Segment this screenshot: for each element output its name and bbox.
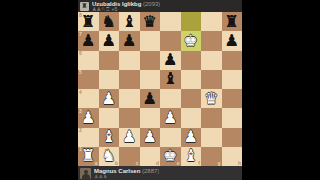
top-player-avatar: ♜ (80, 2, 89, 11)
square-c2[interactable]: ♟ (119, 128, 140, 147)
square-g8[interactable] (201, 12, 222, 31)
coord-file-h: h (238, 161, 241, 166)
square-b3[interactable] (99, 108, 120, 127)
video-frame: ♜ Uzubaldis Iglikbg (2093) ♙♙♘♖ +5 8♜♞♝♛… (0, 0, 320, 180)
square-d8[interactable]: ♛ (140, 12, 161, 31)
square-f2[interactable]: ♟ (181, 128, 202, 147)
square-d6[interactable] (140, 51, 161, 70)
square-c5[interactable] (119, 70, 140, 89)
piece-white-pawn-b4[interactable]: ♟ (102, 91, 116, 107)
square-g4[interactable]: ♛ (201, 89, 222, 108)
avatar-head-silhouette (84, 170, 88, 174)
captured-pieces-bottom: ♟♟♞ (94, 174, 107, 179)
piece-black-knight-b8[interactable]: ♞ (102, 14, 116, 30)
square-e6[interactable]: ♟ (160, 51, 181, 70)
piece-white-bishop-f1[interactable]: ♝ (184, 148, 198, 164)
piece-black-pawn-d4[interactable]: ♟ (143, 91, 157, 107)
bottom-player-material: ♟♟♞ (94, 174, 159, 179)
square-h8[interactable]: ♜ (222, 12, 243, 31)
square-b4[interactable]: ♟ (99, 89, 120, 108)
piece-white-pawn-d2[interactable]: ♟ (143, 129, 157, 145)
square-a3[interactable]: 3♟ (78, 108, 99, 127)
square-a1[interactable]: 1a♜ (78, 147, 99, 166)
top-player-bar: ♜ Uzubaldis Iglikbg (2093) ♙♙♘♖ +5 (78, 0, 242, 12)
square-e8[interactable] (160, 12, 181, 31)
coord-rank-2: 2 (79, 128, 82, 133)
top-player-info: Uzubaldis Iglikbg (2093) ♙♙♘♖ +5 (92, 1, 160, 12)
square-g1[interactable]: g (201, 147, 222, 166)
bottom-player-info: Magnus Carlsen (2887) ♟♟♞ (94, 168, 159, 179)
coord-rank-4: 4 (79, 90, 82, 95)
square-b2[interactable]: ♝ (99, 128, 120, 147)
square-h7[interactable]: ♟ (222, 31, 243, 50)
letterbox-right (242, 0, 320, 180)
bottom-player-bar: Magnus Carlsen (2887) ♟♟♞ (78, 166, 242, 180)
piece-black-pawn-a7[interactable]: ♟ (81, 33, 95, 49)
piece-white-king-f7[interactable]: ♚ (184, 33, 198, 49)
piece-white-bishop-b2[interactable]: ♝ (102, 129, 116, 145)
square-d5[interactable] (140, 70, 161, 89)
square-g6[interactable] (201, 51, 222, 70)
square-c3[interactable] (119, 108, 140, 127)
square-h5[interactable] (222, 70, 243, 89)
square-f6[interactable] (181, 51, 202, 70)
game-panel: ♜ Uzubaldis Iglikbg (2093) ♙♙♘♖ +5 8♜♞♝♛… (78, 0, 242, 180)
square-a6[interactable]: 6 (78, 51, 99, 70)
coord-file-d: d (156, 161, 159, 166)
coord-rank-3: 3 (79, 109, 82, 114)
captured-pieces-top: ♙♙♘♖ (92, 7, 110, 12)
piece-black-bishop-e5[interactable]: ♝ (163, 71, 177, 87)
square-h1[interactable]: h (222, 147, 243, 166)
square-f3[interactable] (181, 108, 202, 127)
piece-white-king-e1[interactable]: ♚ (163, 148, 177, 164)
square-d7[interactable] (140, 31, 161, 50)
square-b1[interactable]: b♞ (99, 147, 120, 166)
coord-rank-8: 8 (79, 13, 82, 18)
avatar-shoulders-silhouette (82, 174, 90, 179)
chess-board: 8♜♞♝♛♜7♟♟♟♚♟6♟5♝4♟♟♛3♟♟2♝♟♟♟1a♜b♞cde♚f♝g… (78, 12, 242, 166)
coord-file-b: b (115, 161, 118, 166)
square-c1[interactable]: c (119, 147, 140, 166)
piece-white-pawn-e3[interactable]: ♟ (163, 110, 177, 126)
square-h6[interactable] (222, 51, 243, 70)
coord-file-c: c (136, 161, 139, 166)
piece-black-pawn-e6[interactable]: ♟ (163, 52, 177, 68)
square-a4[interactable]: 4 (78, 89, 99, 108)
bottom-player-avatar (80, 168, 91, 179)
coord-file-e: e (177, 161, 180, 166)
square-d4[interactable]: ♟ (140, 89, 161, 108)
coord-file-g: g (217, 161, 220, 166)
coord-rank-5: 5 (79, 70, 82, 75)
piece-black-pawn-h7[interactable]: ♟ (225, 33, 239, 49)
square-d2[interactable]: ♟ (140, 128, 161, 147)
square-f8[interactable] (181, 12, 202, 31)
piece-white-knight-b1[interactable]: ♞ (102, 148, 116, 164)
piece-black-bishop-c8[interactable]: ♝ (122, 14, 136, 30)
coord-rank-1: 1 (79, 147, 82, 152)
square-e7[interactable] (160, 31, 181, 50)
coord-rank-7: 7 (79, 32, 82, 37)
square-c4[interactable] (119, 89, 140, 108)
square-f1[interactable]: f♝ (181, 147, 202, 166)
piece-white-pawn-f2[interactable]: ♟ (184, 129, 198, 145)
coord-rank-6: 6 (79, 51, 82, 56)
square-f7[interactable]: ♚ (181, 31, 202, 50)
letterbox-left (0, 0, 78, 180)
square-c6[interactable] (119, 51, 140, 70)
material-diff-top: +5 (112, 7, 118, 12)
square-h3[interactable] (222, 108, 243, 127)
piece-white-pawn-a3[interactable]: ♟ (81, 110, 95, 126)
piece-white-queen-g4[interactable]: ♛ (204, 91, 218, 107)
rook-icon: ♜ (81, 2, 87, 11)
square-e1[interactable]: e♚ (160, 147, 181, 166)
square-e4[interactable] (160, 89, 181, 108)
square-h4[interactable] (222, 89, 243, 108)
square-h2[interactable] (222, 128, 243, 147)
piece-black-pawn-b7[interactable]: ♟ (102, 33, 116, 49)
square-e2[interactable] (160, 128, 181, 147)
square-b7[interactable]: ♟ (99, 31, 120, 50)
square-g3[interactable] (201, 108, 222, 127)
top-player-material: ♙♙♘♖ +5 (92, 7, 160, 12)
piece-white-rook-a1[interactable]: ♜ (81, 148, 95, 164)
piece-black-rook-a8[interactable]: ♜ (81, 14, 95, 30)
square-f4[interactable] (181, 89, 202, 108)
square-g7[interactable] (201, 31, 222, 50)
piece-black-pawn-c7[interactable]: ♟ (122, 33, 136, 49)
square-b6[interactable] (99, 51, 120, 70)
piece-black-rook-h8[interactable]: ♜ (225, 14, 239, 30)
coord-file-f: f (198, 161, 200, 166)
square-c8[interactable]: ♝ (119, 12, 140, 31)
square-a2[interactable]: 2 (78, 128, 99, 147)
piece-white-pawn-c2[interactable]: ♟ (122, 129, 136, 145)
square-d1[interactable]: d (140, 147, 161, 166)
square-b5[interactable] (99, 70, 120, 89)
square-a8[interactable]: 8♜ (78, 12, 99, 31)
piece-black-queen-d8[interactable]: ♛ (143, 14, 157, 30)
square-b8[interactable]: ♞ (99, 12, 120, 31)
square-a5[interactable]: 5 (78, 70, 99, 89)
square-g2[interactable] (201, 128, 222, 147)
square-a7[interactable]: 7♟ (78, 31, 99, 50)
square-g5[interactable] (201, 70, 222, 89)
square-f5[interactable] (181, 70, 202, 89)
square-c7[interactable]: ♟ (119, 31, 140, 50)
square-e3[interactable]: ♟ (160, 108, 181, 127)
square-d3[interactable] (140, 108, 161, 127)
coord-file-a: a (95, 161, 98, 166)
square-e5[interactable]: ♝ (160, 70, 181, 89)
